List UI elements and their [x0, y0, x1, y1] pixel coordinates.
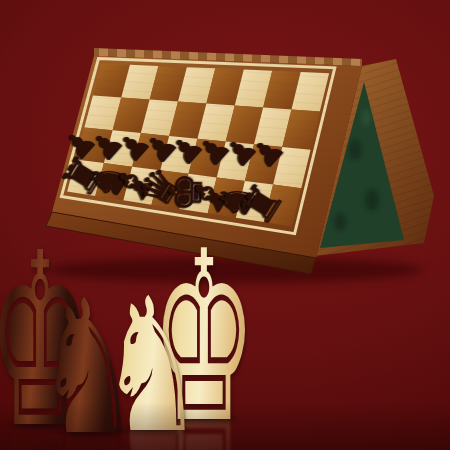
felt-blotch: [334, 214, 346, 230]
felt-blotch: [349, 140, 361, 160]
floor-vignette: [0, 402, 450, 450]
felt-blotch: [365, 189, 379, 211]
felt-highlight: [361, 109, 371, 127]
product-photo-stage: ♟♟♟♟♟♟♟♟♜♞♝♛♚♝♞♜♚♚♞♞♞♞♚♚: [0, 0, 450, 450]
